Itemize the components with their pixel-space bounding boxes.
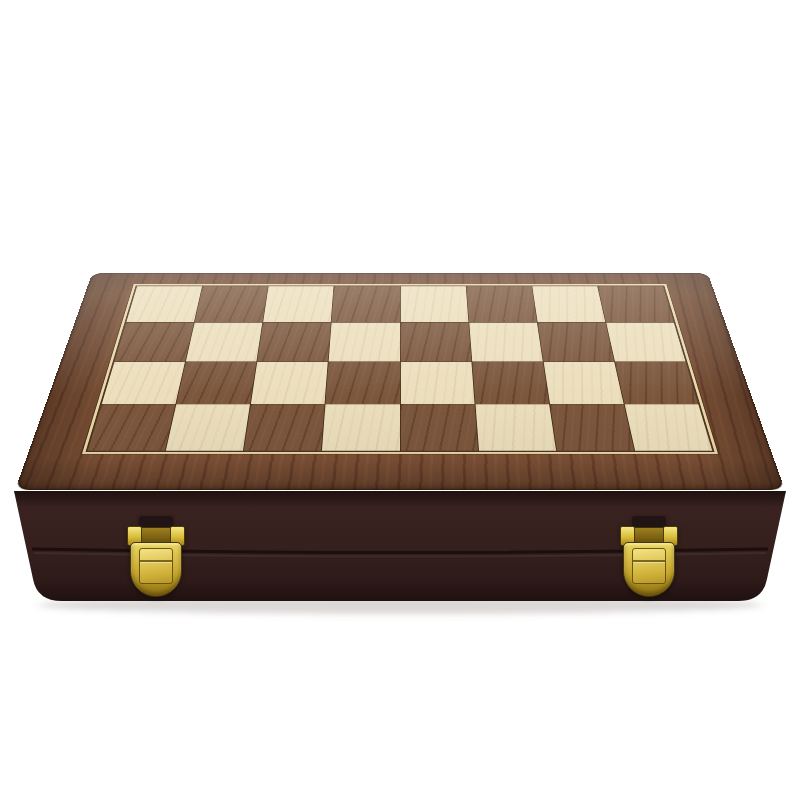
dark-square: [538, 323, 614, 362]
light-square: [400, 286, 468, 322]
right-latch-plate: [632, 548, 666, 584]
dark-square: [195, 286, 268, 322]
light-square: [251, 362, 328, 404]
dark-square: [244, 405, 325, 451]
left-latch: [127, 527, 185, 597]
dark-square: [550, 405, 634, 451]
light-square: [475, 405, 556, 451]
dark-square: [258, 323, 332, 362]
light-square: [126, 286, 202, 322]
light-square: [166, 405, 250, 451]
board-pinstripe-border: [82, 284, 718, 454]
dark-square: [326, 362, 400, 404]
light-square: [606, 323, 685, 362]
light-square: [625, 405, 713, 451]
dark-square: [598, 286, 674, 322]
dark-square: [115, 323, 194, 362]
chessboard: [88, 286, 712, 450]
light-square: [102, 362, 185, 404]
dark-square: [176, 362, 256, 404]
light-square: [469, 323, 543, 362]
right-latch: [620, 527, 678, 597]
right-latch-tongue: [623, 542, 675, 597]
light-square: [263, 286, 333, 322]
light-square: [186, 323, 262, 362]
lid-edge-shadow: [14, 491, 786, 507]
dark-square: [615, 362, 698, 404]
left-latch-tongue: [130, 542, 182, 597]
left-latch-plate: [139, 548, 173, 584]
chessboard-lid: [15, 273, 785, 490]
light-square: [322, 405, 399, 451]
light-square: [400, 362, 474, 404]
chess-box-photo: [0, 0, 800, 800]
light-square: [329, 323, 400, 362]
dark-square: [400, 405, 477, 451]
dark-square: [332, 286, 400, 322]
dark-square: [466, 286, 536, 322]
dark-square: [400, 323, 471, 362]
light-square: [543, 362, 623, 404]
dark-square: [472, 362, 549, 404]
light-square: [532, 286, 605, 322]
dark-square: [88, 405, 176, 451]
